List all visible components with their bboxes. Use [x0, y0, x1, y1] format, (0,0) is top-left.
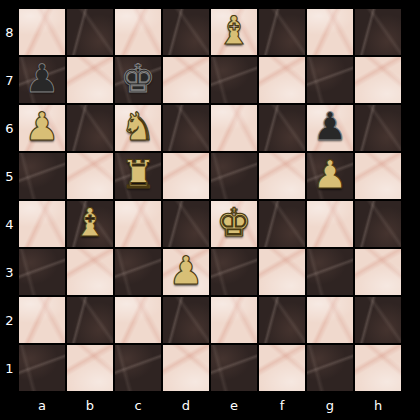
black-king-piece[interactable]: ♚: [121, 57, 156, 101]
square-b6[interactable]: [67, 105, 113, 151]
square-f8[interactable]: [259, 9, 305, 55]
square-c6[interactable]: ♞: [115, 105, 161, 151]
square-d4[interactable]: [163, 201, 209, 247]
square-c5[interactable]: ♜: [115, 153, 161, 199]
black-pawn-piece[interactable]: ♟: [313, 105, 348, 149]
square-d8[interactable]: [163, 9, 209, 55]
square-g1[interactable]: [307, 345, 353, 391]
square-b7[interactable]: [67, 57, 113, 103]
square-d1[interactable]: [163, 345, 209, 391]
rank-label-4: 4: [0, 201, 19, 247]
square-b8[interactable]: [67, 9, 113, 55]
square-f7[interactable]: [259, 57, 305, 103]
square-g8[interactable]: [307, 9, 353, 55]
square-f4[interactable]: [259, 201, 305, 247]
square-g7[interactable]: [307, 57, 353, 103]
square-h8[interactable]: [355, 9, 401, 55]
square-a4[interactable]: [19, 201, 65, 247]
square-e7[interactable]: [211, 57, 257, 103]
file-label-e: e: [211, 391, 257, 420]
square-e6[interactable]: [211, 105, 257, 151]
square-c7[interactable]: ♚: [115, 57, 161, 103]
square-c8[interactable]: [115, 9, 161, 55]
square-e8[interactable]: ♝: [211, 9, 257, 55]
square-a5[interactable]: [19, 153, 65, 199]
white-pawn-piece[interactable]: ♟: [25, 105, 60, 149]
file-labels: abcdefgh: [19, 391, 401, 420]
square-f5[interactable]: [259, 153, 305, 199]
square-e1[interactable]: [211, 345, 257, 391]
square-e3[interactable]: [211, 249, 257, 295]
square-c3[interactable]: [115, 249, 161, 295]
square-d5[interactable]: [163, 153, 209, 199]
white-rook-piece[interactable]: ♜: [121, 153, 156, 197]
square-f2[interactable]: [259, 297, 305, 343]
square-g2[interactable]: [307, 297, 353, 343]
square-f6[interactable]: [259, 105, 305, 151]
square-d3[interactable]: ♟: [163, 249, 209, 295]
square-c1[interactable]: [115, 345, 161, 391]
square-g6[interactable]: ♟: [307, 105, 353, 151]
rank-label-1: 1: [0, 345, 19, 391]
square-h6[interactable]: [355, 105, 401, 151]
white-bishop-piece[interactable]: ♝: [73, 201, 108, 245]
square-a6[interactable]: ♟: [19, 105, 65, 151]
square-h2[interactable]: [355, 297, 401, 343]
square-f1[interactable]: [259, 345, 305, 391]
file-label-c: c: [115, 391, 161, 420]
white-king-piece[interactable]: ♚: [217, 201, 252, 245]
square-h5[interactable]: [355, 153, 401, 199]
square-b1[interactable]: [67, 345, 113, 391]
file-label-b: b: [67, 391, 113, 420]
square-g4[interactable]: [307, 201, 353, 247]
square-g5[interactable]: ♟: [307, 153, 353, 199]
file-label-d: d: [163, 391, 209, 420]
file-label-a: a: [19, 391, 65, 420]
square-h7[interactable]: [355, 57, 401, 103]
square-c4[interactable]: [115, 201, 161, 247]
square-h4[interactable]: [355, 201, 401, 247]
square-a2[interactable]: [19, 297, 65, 343]
file-label-g: g: [307, 391, 353, 420]
black-pawn-piece[interactable]: ♟: [25, 57, 60, 101]
square-d6[interactable]: [163, 105, 209, 151]
rank-labels: 87654321: [0, 9, 19, 391]
square-d7[interactable]: [163, 57, 209, 103]
board-frame: 87654321 ♝♟♚♟♞♟♜♟♝♚♟ abcdefgh: [0, 0, 420, 420]
square-a8[interactable]: [19, 9, 65, 55]
white-pawn-piece[interactable]: ♟: [313, 153, 348, 197]
square-b2[interactable]: [67, 297, 113, 343]
square-h3[interactable]: [355, 249, 401, 295]
square-e5[interactable]: [211, 153, 257, 199]
rank-label-8: 8: [0, 9, 19, 55]
square-a1[interactable]: [19, 345, 65, 391]
rank-label-2: 2: [0, 297, 19, 343]
chess-board[interactable]: ♝♟♚♟♞♟♜♟♝♚♟: [19, 9, 401, 391]
white-pawn-piece[interactable]: ♟: [169, 249, 204, 293]
rank-label-7: 7: [0, 57, 19, 103]
file-label-f: f: [259, 391, 305, 420]
square-b4[interactable]: ♝: [67, 201, 113, 247]
white-knight-piece[interactable]: ♞: [121, 105, 156, 149]
square-e2[interactable]: [211, 297, 257, 343]
square-d2[interactable]: [163, 297, 209, 343]
square-c2[interactable]: [115, 297, 161, 343]
rank-label-6: 6: [0, 105, 19, 151]
rank-label-5: 5: [0, 153, 19, 199]
white-bishop-piece[interactable]: ♝: [217, 9, 252, 53]
square-b3[interactable]: [67, 249, 113, 295]
square-f3[interactable]: [259, 249, 305, 295]
square-a7[interactable]: ♟: [19, 57, 65, 103]
square-e4[interactable]: ♚: [211, 201, 257, 247]
square-h1[interactable]: [355, 345, 401, 391]
square-g3[interactable]: [307, 249, 353, 295]
file-label-h: h: [355, 391, 401, 420]
rank-label-3: 3: [0, 249, 19, 295]
square-a3[interactable]: [19, 249, 65, 295]
square-b5[interactable]: [67, 153, 113, 199]
